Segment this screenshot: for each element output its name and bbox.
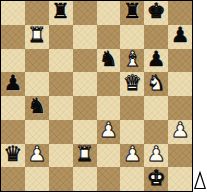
square-d3[interactable] [73,120,97,144]
square-f2[interactable]: ♟ [120,144,144,168]
square-h6[interactable] [168,49,192,73]
square-d8[interactable] [73,1,97,25]
square-h2[interactable] [168,144,192,168]
square-a7[interactable] [1,25,25,49]
black-pawn-h7: ♟ [171,25,190,46]
square-e2[interactable] [97,144,121,168]
chess-diagram: ♜♜♚♜♟♞♝♟♟♛♞♞♟♟♛♟♜♟♟♚ [0,0,207,192]
square-f4[interactable] [120,96,144,120]
square-f8[interactable]: ♜ [120,1,144,25]
square-b2[interactable]: ♟ [25,144,49,168]
square-a3[interactable] [1,120,25,144]
square-h4[interactable] [168,96,192,120]
square-f3[interactable] [120,120,144,144]
square-b8[interactable] [25,1,49,25]
square-e4[interactable] [97,96,121,120]
black-rook-c8: ♜ [51,1,70,22]
side-panel [193,0,207,192]
white-knight-g5: ♞ [147,73,166,94]
square-a1[interactable] [1,167,25,191]
square-e6[interactable]: ♞ [97,49,121,73]
square-e5[interactable] [97,72,121,96]
white-pawn-b2: ♟ [27,144,46,165]
square-h3[interactable]: ♟ [168,120,192,144]
square-d7[interactable] [73,25,97,49]
white-bishop-f6: ♝ [123,49,142,70]
black-rook-f8: ♜ [123,1,142,22]
square-a4[interactable] [1,96,25,120]
square-c4[interactable] [49,96,73,120]
square-d2[interactable]: ♜ [73,144,97,168]
square-h7[interactable]: ♟ [168,25,192,49]
square-c2[interactable] [49,144,73,168]
square-g1[interactable]: ♚ [144,167,168,191]
white-queen-f5: ♛ [123,73,142,94]
black-pawn-g6: ♟ [147,49,166,70]
square-h8[interactable] [168,1,192,25]
white-pawn-g2: ♟ [147,144,166,165]
square-c1[interactable] [49,167,73,191]
chess-board: ♜♜♚♜♟♞♝♟♟♛♞♞♟♟♛♟♜♟♟♚ [0,0,193,192]
black-queen-a2: ♛ [4,144,23,165]
square-g5[interactable]: ♞ [144,72,168,96]
white-rook-d2: ♜ [75,144,94,165]
square-f5[interactable]: ♛ [120,72,144,96]
square-c3[interactable] [49,120,73,144]
white-pawn-e3: ♟ [99,120,118,141]
square-c8[interactable]: ♜ [49,1,73,25]
square-d4[interactable] [73,96,97,120]
square-g4[interactable] [144,96,168,120]
square-b3[interactable] [25,120,49,144]
square-h5[interactable] [168,72,192,96]
square-g3[interactable] [144,120,168,144]
square-c5[interactable] [49,72,73,96]
square-b7[interactable]: ♜ [25,25,49,49]
square-e7[interactable] [97,25,121,49]
square-e1[interactable] [97,167,121,191]
square-d6[interactable] [73,49,97,73]
square-f7[interactable] [120,25,144,49]
white-rook-b7: ♜ [27,25,46,46]
square-g2[interactable]: ♟ [144,144,168,168]
square-f1[interactable] [120,167,144,191]
square-b6[interactable] [25,49,49,73]
square-a5[interactable]: ♟ [1,72,25,96]
black-pawn-a5: ♟ [4,73,23,94]
black-king-g8: ♚ [147,1,166,22]
white-to-move-indicator [194,171,206,190]
square-g8[interactable]: ♚ [144,1,168,25]
square-b5[interactable] [25,72,49,96]
black-knight-b4: ♞ [27,96,46,117]
square-e8[interactable] [97,1,121,25]
black-knight-e6: ♞ [99,49,118,70]
square-g7[interactable] [144,25,168,49]
square-a8[interactable] [1,1,25,25]
square-a6[interactable] [1,49,25,73]
square-a2[interactable]: ♛ [1,144,25,168]
square-b4[interactable]: ♞ [25,96,49,120]
square-c7[interactable] [49,25,73,49]
square-c6[interactable] [49,49,73,73]
square-d5[interactable] [73,72,97,96]
white-pawn-f2: ♟ [123,144,142,165]
square-f6[interactable]: ♝ [120,49,144,73]
square-h1[interactable] [168,167,192,191]
white-king-g1: ♚ [147,168,166,189]
square-g6[interactable]: ♟ [144,49,168,73]
white-pawn-h3: ♟ [171,120,190,141]
square-e3[interactable]: ♟ [97,120,121,144]
square-b1[interactable] [25,167,49,191]
square-d1[interactable] [73,167,97,191]
